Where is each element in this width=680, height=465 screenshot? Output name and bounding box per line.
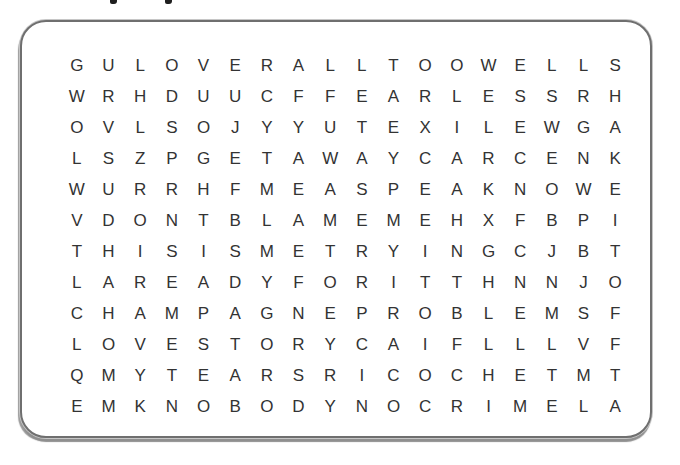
- grid-cell[interactable]: T: [219, 329, 251, 360]
- grid-cell[interactable]: E: [504, 360, 536, 391]
- grid-cell[interactable]: C: [409, 391, 441, 422]
- grid-cell[interactable]: F: [219, 174, 251, 205]
- word-search-grid: GULOVERALLTOOWELLSWRHDUUCFFEARLESSRHOVLS…: [61, 50, 631, 422]
- grid-cell[interactable]: E: [409, 174, 441, 205]
- grid-cell[interactable]: R: [124, 174, 156, 205]
- grid-cell[interactable]: L: [473, 329, 505, 360]
- grid-cell[interactable]: E: [283, 174, 315, 205]
- grid-cell[interactable]: A: [314, 174, 346, 205]
- grid-cell[interactable]: C: [504, 236, 536, 267]
- grid-cell[interactable]: E: [156, 267, 188, 298]
- grid-cell[interactable]: E: [504, 50, 536, 81]
- grid-cell[interactable]: Y: [378, 143, 410, 174]
- grid-cell[interactable]: N: [504, 267, 536, 298]
- grid-cell[interactable]: I: [346, 360, 378, 391]
- grid-cell[interactable]: F: [504, 205, 536, 236]
- grid-cell[interactable]: S: [93, 143, 125, 174]
- grid-cell[interactable]: N: [504, 174, 536, 205]
- grid-cell[interactable]: N: [536, 267, 568, 298]
- grid-cell[interactable]: H: [188, 174, 220, 205]
- grid-cell[interactable]: Y: [283, 112, 315, 143]
- grid-cell[interactable]: Y: [378, 236, 410, 267]
- grid-cell[interactable]: M: [504, 391, 536, 422]
- grid-cell[interactable]: N: [346, 391, 378, 422]
- grid-cell[interactable]: H: [473, 267, 505, 298]
- grid-cell[interactable]: L: [568, 391, 600, 422]
- grid-cell[interactable]: P: [156, 143, 188, 174]
- grid-cell[interactable]: G: [251, 298, 283, 329]
- grid-cell[interactable]: I: [188, 236, 220, 267]
- grid-cell[interactable]: E: [219, 50, 251, 81]
- grid-cell[interactable]: O: [599, 267, 631, 298]
- grid-cell[interactable]: T: [536, 360, 568, 391]
- grid-cell[interactable]: E: [188, 360, 220, 391]
- grid-cell[interactable]: C: [346, 329, 378, 360]
- grid-cell[interactable]: W: [568, 174, 600, 205]
- grid-cell[interactable]: E: [346, 205, 378, 236]
- grid-cell[interactable]: I: [409, 236, 441, 267]
- grid-cell[interactable]: O: [188, 391, 220, 422]
- grid-cell[interactable]: R: [473, 143, 505, 174]
- grid-cell[interactable]: R: [156, 174, 188, 205]
- grid-cell[interactable]: G: [568, 112, 600, 143]
- grid-cell[interactable]: U: [219, 81, 251, 112]
- grid-cell[interactable]: L: [61, 143, 93, 174]
- grid-cell[interactable]: M: [314, 205, 346, 236]
- grid-cell[interactable]: P: [346, 298, 378, 329]
- grid-cell[interactable]: O: [409, 50, 441, 81]
- grid-cell[interactable]: C: [441, 360, 473, 391]
- grid-cell[interactable]: O: [251, 391, 283, 422]
- grid-cell[interactable]: H: [93, 298, 125, 329]
- grid-cell[interactable]: Y: [314, 391, 346, 422]
- grid-cell[interactable]: R: [93, 81, 125, 112]
- grid-cell[interactable]: E: [346, 81, 378, 112]
- grid-cell[interactable]: S: [536, 81, 568, 112]
- grid-cell[interactable]: C: [378, 360, 410, 391]
- grid-cell[interactable]: D: [156, 81, 188, 112]
- grid-cell[interactable]: H: [93, 236, 125, 267]
- grid-cell[interactable]: T: [378, 50, 410, 81]
- grid-cell[interactable]: M: [378, 205, 410, 236]
- page: GULOVERALLTOOWELLSWRHDUUCFFEARLESSRHOVLS…: [0, 0, 680, 465]
- grid-cell[interactable]: R: [314, 360, 346, 391]
- grid-cell[interactable]: T: [441, 267, 473, 298]
- grid-cell[interactable]: R: [441, 391, 473, 422]
- grid-cell[interactable]: A: [599, 112, 631, 143]
- grid-cell[interactable]: F: [599, 329, 631, 360]
- grid-cell[interactable]: G: [473, 236, 505, 267]
- grid-cell[interactable]: R: [568, 81, 600, 112]
- grid-cell[interactable]: I: [473, 391, 505, 422]
- grid-cell[interactable]: F: [314, 81, 346, 112]
- grid-cell[interactable]: A: [283, 205, 315, 236]
- grid-cell[interactable]: L: [124, 112, 156, 143]
- grid-cell[interactable]: N: [283, 298, 315, 329]
- grid-cell[interactable]: L: [473, 112, 505, 143]
- cropped-title-descender-2: [165, 0, 172, 4]
- word-search-card: GULOVERALLTOOWELLSWRHDUUCFFEARLESSRHOVLS…: [20, 20, 652, 438]
- grid-cell[interactable]: T: [61, 236, 93, 267]
- grid-cell[interactable]: I: [409, 329, 441, 360]
- grid-cell[interactable]: L: [473, 298, 505, 329]
- grid-cell[interactable]: Y: [124, 360, 156, 391]
- grid-cell[interactable]: U: [93, 50, 125, 81]
- grid-cell[interactable]: I: [599, 205, 631, 236]
- grid-cell[interactable]: A: [283, 143, 315, 174]
- grid-cell[interactable]: Y: [251, 112, 283, 143]
- grid-cell[interactable]: E: [314, 298, 346, 329]
- grid-cell[interactable]: E: [61, 391, 93, 422]
- grid-cell[interactable]: C: [61, 298, 93, 329]
- grid-cell[interactable]: R: [251, 50, 283, 81]
- grid-cell[interactable]: E: [156, 329, 188, 360]
- grid-cell[interactable]: B: [219, 205, 251, 236]
- grid-cell[interactable]: B: [441, 298, 473, 329]
- grid-cell[interactable]: T: [188, 205, 220, 236]
- grid-cell[interactable]: O: [536, 174, 568, 205]
- grid-cell[interactable]: O: [124, 205, 156, 236]
- grid-cell[interactable]: J: [568, 267, 600, 298]
- grid-cell[interactable]: B: [568, 236, 600, 267]
- grid-cell[interactable]: S: [156, 112, 188, 143]
- cropped-title-descender-1: [110, 0, 117, 4]
- grid-cell[interactable]: F: [599, 298, 631, 329]
- grid-cell[interactable]: A: [346, 143, 378, 174]
- grid-cell[interactable]: B: [219, 391, 251, 422]
- grid-cell[interactable]: U: [188, 81, 220, 112]
- grid-cell[interactable]: E: [599, 174, 631, 205]
- grid-cell[interactable]: N: [156, 205, 188, 236]
- grid-cell[interactable]: R: [346, 267, 378, 298]
- grid-cell[interactable]: R: [251, 360, 283, 391]
- grid-cell[interactable]: H: [124, 81, 156, 112]
- grid-cell[interactable]: T: [156, 360, 188, 391]
- grid-cell[interactable]: E: [473, 81, 505, 112]
- grid-cell[interactable]: K: [599, 143, 631, 174]
- grid-cell[interactable]: P: [188, 298, 220, 329]
- grid-cell[interactable]: X: [473, 205, 505, 236]
- grid-cell[interactable]: I: [124, 236, 156, 267]
- grid-cell[interactable]: C: [504, 143, 536, 174]
- grid-cell[interactable]: W: [61, 81, 93, 112]
- grid-cell[interactable]: X: [409, 112, 441, 143]
- grid-cell[interactable]: N: [568, 143, 600, 174]
- grid-cell[interactable]: M: [93, 391, 125, 422]
- grid-cell[interactable]: S: [346, 174, 378, 205]
- grid-cell[interactable]: W: [61, 174, 93, 205]
- grid-cell[interactable]: S: [568, 298, 600, 329]
- grid-cell[interactable]: U: [314, 112, 346, 143]
- grid-cell[interactable]: V: [93, 112, 125, 143]
- grid-cell[interactable]: A: [441, 174, 473, 205]
- grid-cell[interactable]: B: [536, 205, 568, 236]
- grid-cell[interactable]: O: [378, 391, 410, 422]
- grid-cell[interactable]: M: [156, 298, 188, 329]
- grid-cell[interactable]: T: [314, 236, 346, 267]
- grid-cell[interactable]: I: [441, 112, 473, 143]
- grid-cell[interactable]: O: [409, 298, 441, 329]
- grid-cell[interactable]: R: [378, 298, 410, 329]
- grid-cell[interactable]: R: [283, 329, 315, 360]
- grid-cell[interactable]: O: [251, 329, 283, 360]
- grid-cell[interactable]: H: [599, 81, 631, 112]
- grid-cell[interactable]: N: [441, 236, 473, 267]
- grid-cell[interactable]: J: [536, 236, 568, 267]
- grid-cell[interactable]: S: [188, 329, 220, 360]
- grid-cell[interactable]: O: [93, 329, 125, 360]
- grid-cell[interactable]: F: [283, 81, 315, 112]
- grid-cell[interactable]: E: [409, 205, 441, 236]
- grid-cell[interactable]: O: [314, 267, 346, 298]
- grid-cell[interactable]: M: [251, 236, 283, 267]
- grid-cell[interactable]: S: [283, 360, 315, 391]
- grid-cell[interactable]: M: [251, 174, 283, 205]
- grid-cell[interactable]: V: [61, 205, 93, 236]
- grid-cell[interactable]: C: [251, 81, 283, 112]
- grid-cell[interactable]: H: [441, 205, 473, 236]
- grid-cell[interactable]: S: [219, 236, 251, 267]
- grid-cell[interactable]: K: [473, 174, 505, 205]
- grid-cell[interactable]: A: [219, 360, 251, 391]
- grid-cell[interactable]: D: [219, 267, 251, 298]
- grid-cell[interactable]: D: [283, 391, 315, 422]
- grid-cell[interactable]: L: [536, 50, 568, 81]
- grid-cell[interactable]: A: [599, 391, 631, 422]
- grid-cell[interactable]: L: [536, 329, 568, 360]
- grid-cell[interactable]: E: [219, 143, 251, 174]
- grid-cell[interactable]: F: [441, 329, 473, 360]
- grid-cell[interactable]: L: [314, 50, 346, 81]
- grid-cell[interactable]: L: [61, 329, 93, 360]
- grid-cell[interactable]: R: [409, 81, 441, 112]
- grid-cell[interactable]: T: [346, 112, 378, 143]
- grid-cell[interactable]: Q: [61, 360, 93, 391]
- grid-cell[interactable]: M: [568, 360, 600, 391]
- grid-cell[interactable]: W: [536, 112, 568, 143]
- grid-cell[interactable]: T: [599, 360, 631, 391]
- grid-cell[interactable]: R: [124, 267, 156, 298]
- grid-cell[interactable]: M: [536, 298, 568, 329]
- grid-cell[interactable]: E: [536, 143, 568, 174]
- grid-cell[interactable]: L: [346, 50, 378, 81]
- grid-cell[interactable]: A: [188, 267, 220, 298]
- grid-cell[interactable]: Z: [124, 143, 156, 174]
- grid-cell[interactable]: N: [156, 391, 188, 422]
- grid-cell[interactable]: A: [378, 329, 410, 360]
- grid-cell[interactable]: U: [93, 174, 125, 205]
- grid-cell[interactable]: O: [61, 112, 93, 143]
- grid-cell[interactable]: E: [536, 391, 568, 422]
- grid-cell[interactable]: L: [251, 205, 283, 236]
- grid-cell[interactable]: T: [251, 143, 283, 174]
- grid-cell[interactable]: A: [283, 50, 315, 81]
- grid-cell[interactable]: O: [156, 50, 188, 81]
- grid-cell[interactable]: V: [568, 329, 600, 360]
- grid-cell[interactable]: P: [568, 205, 600, 236]
- grid-cell[interactable]: R: [346, 236, 378, 267]
- grid-cell[interactable]: L: [441, 81, 473, 112]
- grid-cell[interactable]: L: [124, 50, 156, 81]
- grid-cell[interactable]: Y: [251, 267, 283, 298]
- grid-cell[interactable]: J: [219, 112, 251, 143]
- grid-cell[interactable]: A: [219, 298, 251, 329]
- grid-cell[interactable]: S: [156, 236, 188, 267]
- grid-cell[interactable]: E: [283, 236, 315, 267]
- grid-cell[interactable]: S: [599, 50, 631, 81]
- grid-cell[interactable]: V: [124, 329, 156, 360]
- grid-cell[interactable]: L: [61, 267, 93, 298]
- grid-cell[interactable]: E: [504, 112, 536, 143]
- grid-cell[interactable]: P: [378, 174, 410, 205]
- grid-cell[interactable]: W: [473, 50, 505, 81]
- grid-cell[interactable]: S: [504, 81, 536, 112]
- grid-cell[interactable]: L: [504, 329, 536, 360]
- grid-cell[interactable]: W: [314, 143, 346, 174]
- grid-cell[interactable]: D: [93, 205, 125, 236]
- grid-cell[interactable]: A: [378, 81, 410, 112]
- grid-cell[interactable]: O: [188, 112, 220, 143]
- grid-cell[interactable]: V: [188, 50, 220, 81]
- grid-cell[interactable]: H: [473, 360, 505, 391]
- grid-cell[interactable]: M: [93, 360, 125, 391]
- grid-cell[interactable]: A: [93, 267, 125, 298]
- grid-cell[interactable]: I: [378, 267, 410, 298]
- grid-cell[interactable]: C: [409, 143, 441, 174]
- grid-cell[interactable]: E: [378, 112, 410, 143]
- grid-cell[interactable]: L: [568, 50, 600, 81]
- grid-cell[interactable]: E: [504, 298, 536, 329]
- grid-cell[interactable]: G: [61, 50, 93, 81]
- grid-cell[interactable]: O: [441, 50, 473, 81]
- grid-cell[interactable]: A: [441, 143, 473, 174]
- grid-cell[interactable]: Y: [314, 329, 346, 360]
- grid-cell[interactable]: T: [409, 267, 441, 298]
- grid-cell[interactable]: K: [124, 391, 156, 422]
- grid-cell[interactable]: O: [409, 360, 441, 391]
- grid-cell[interactable]: A: [124, 298, 156, 329]
- grid-cell[interactable]: G: [188, 143, 220, 174]
- grid-cell[interactable]: T: [599, 236, 631, 267]
- grid-cell[interactable]: F: [283, 267, 315, 298]
